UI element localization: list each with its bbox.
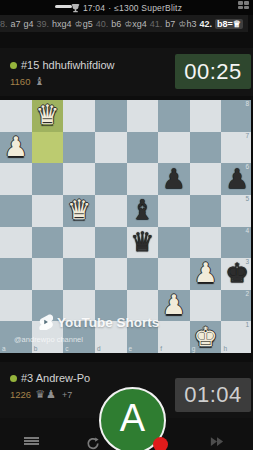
piece-white-king[interactable]: ♚ (193, 324, 217, 351)
square-f5[interactable] (158, 195, 190, 227)
square-h2[interactable]: 2 (221, 290, 253, 322)
square-a2[interactable] (0, 290, 32, 322)
piece-white-pawn[interactable]: ♟ (162, 292, 186, 319)
move-token[interactable]: b6 (111, 19, 121, 29)
player-bottom-rating: 1226 (10, 389, 31, 400)
piece-white-queen[interactable]: ♛ (67, 197, 91, 224)
square-e4[interactable]: ♛ (127, 227, 159, 259)
avatar-letter: A (120, 399, 145, 437)
square-e8[interactable] (127, 100, 159, 132)
square-d7[interactable] (95, 132, 127, 164)
square-a6[interactable] (0, 163, 32, 195)
notification-dot-icon (153, 437, 168, 450)
square-e6[interactable] (127, 163, 159, 195)
square-c6[interactable] (63, 163, 95, 195)
piece-white-pawn[interactable]: ♟ (4, 134, 28, 161)
rank-label: 2 (245, 291, 249, 298)
square-c4[interactable] (63, 227, 95, 259)
file-label: g (192, 346, 196, 353)
tournament-time: 17:04 (83, 3, 105, 13)
rank-label: 7 (245, 133, 249, 140)
move-number: 42. (199, 19, 212, 29)
square-f6[interactable]: ♟ (158, 163, 190, 195)
board-edge (251, 100, 253, 353)
square-h6[interactable]: 6♟ (221, 163, 253, 195)
move-token[interactable]: ♔g5 (75, 19, 93, 29)
move-number: 38. (0, 19, 8, 29)
file-label: c (65, 346, 68, 353)
watermark-brand: YouTube Shorts (57, 315, 159, 330)
online-dot-icon (10, 375, 17, 382)
square-h7[interactable]: 7 (221, 132, 253, 164)
square-d6[interactable] (95, 163, 127, 195)
clock-top: 00:25 (175, 54, 251, 89)
square-b7[interactable] (32, 132, 64, 164)
square-h3[interactable]: 3♚ (221, 258, 253, 290)
file-label: e (129, 346, 133, 353)
square-c5[interactable]: ♛ (63, 195, 95, 227)
file-label: b (34, 346, 38, 353)
file-label: d (97, 346, 101, 353)
square-e5[interactable]: ♝ (127, 195, 159, 227)
move-number: 39. (37, 19, 50, 29)
square-f4[interactable] (158, 227, 190, 259)
move-token[interactable]: ♔h3 (178, 19, 196, 29)
square-g6[interactable] (190, 163, 222, 195)
piece-white-queen[interactable]: ♛ (35, 102, 59, 129)
square-h1[interactable]: h1 (221, 321, 253, 353)
square-e3[interactable] (127, 258, 159, 290)
player-top-name[interactable]: #15 hdhufiwhifdiow (21, 59, 115, 71)
watermark: YouTube Shorts (38, 314, 159, 330)
square-a3[interactable] (0, 258, 32, 290)
player-bottom-captured: ♛♟ (35, 388, 56, 401)
captured-piece-icon: ♟ (46, 388, 56, 401)
piece-black-queen[interactable]: ♛ (130, 229, 154, 256)
square-g1[interactable]: g♚ (190, 321, 222, 353)
grid-icon[interactable] (238, 1, 249, 9)
square-c8[interactable] (63, 100, 95, 132)
square-f1[interactable]: f (158, 321, 190, 353)
player-top-panel: #15 hdhufiwhifdiow 1160 ♝ 00:25 (0, 48, 253, 96)
clock-bottom: 01:04 (175, 378, 251, 412)
online-dot-icon (10, 62, 17, 69)
watermark-handle: @andrewpo channel (14, 335, 83, 344)
file-label: h (223, 346, 227, 353)
rank-label: 6 (245, 164, 249, 171)
square-g3[interactable]: ♟ (190, 258, 222, 290)
square-f7[interactable] (158, 132, 190, 164)
rank-label: 4 (245, 228, 249, 235)
move-list[interactable]: 38.a7g439.hxg4♔g540.b6♔xg441.b7♔h342.b8=… (0, 15, 248, 32)
square-g7[interactable] (190, 132, 222, 164)
sync-icon[interactable] (86, 437, 100, 450)
captured-piece-icon: ♝ (34, 75, 44, 88)
square-d8[interactable] (95, 100, 127, 132)
square-c7[interactable] (63, 132, 95, 164)
square-b5[interactable] (32, 195, 64, 227)
dot-separator: · (108, 3, 111, 13)
trophy-icon (71, 3, 80, 13)
move-token[interactable]: a7 (11, 19, 21, 29)
square-h5[interactable]: 5 (221, 195, 253, 227)
shorts-logo-icon (38, 314, 53, 330)
rank-label: 3 (245, 259, 249, 266)
move-token[interactable]: b7 (165, 19, 175, 29)
player-top-captured: ♝ (34, 75, 44, 88)
player-bottom-subrow: 1226 ♛♟ +7 (10, 388, 72, 401)
square-g8[interactable] (190, 100, 222, 132)
player-top-row[interactable]: #15 hdhufiwhifdiow (10, 59, 115, 71)
square-g5[interactable] (190, 195, 222, 227)
rank-label: 8 (245, 101, 249, 108)
move-token[interactable]: b8=♕ (215, 19, 243, 29)
square-b8[interactable]: ♛ (32, 100, 64, 132)
player-top-subrow: 1160 ♝ (10, 75, 44, 88)
square-f2[interactable]: ♟ (158, 290, 190, 322)
square-d4[interactable] (95, 227, 127, 259)
tournament-header: 17:04 · ≤1300 SuperBlitz (0, 0, 253, 15)
square-h4[interactable]: 4 (221, 227, 253, 259)
piece-black-pawn[interactable]: ♟ (162, 166, 186, 193)
square-b3[interactable] (32, 258, 64, 290)
square-h8[interactable]: 8 (221, 100, 253, 132)
move-token[interactable]: hxg4 (52, 19, 72, 29)
square-d5[interactable] (95, 195, 127, 227)
move-token[interactable]: ♔xg4 (124, 19, 147, 29)
list-icon[interactable] (24, 437, 39, 447)
file-label: f (160, 346, 162, 353)
square-a8[interactable] (0, 100, 32, 132)
player-bottom-name[interactable]: #3 Andrew-Po (21, 372, 90, 384)
tournament-name: ≤1300 SuperBlitz (114, 3, 182, 13)
move-token[interactable]: g4 (24, 19, 34, 29)
status-bar: 17:04 · ≤1300 SuperBlitz (0, 0, 253, 15)
square-b6[interactable] (32, 163, 64, 195)
captured-piece-icon: ♛ (35, 388, 45, 401)
player-bottom-row[interactable]: #3 Andrew-Po (10, 372, 90, 384)
square-a5[interactable] (0, 195, 32, 227)
move-number: 41. (150, 19, 163, 29)
file-label: a (2, 346, 6, 353)
square-g2[interactable] (190, 290, 222, 322)
move-number: 40. (96, 19, 109, 29)
rank-label: 1 (245, 322, 249, 329)
fast-forward-icon[interactable] (210, 437, 224, 446)
material-advantage: +7 (62, 390, 72, 400)
square-c3[interactable] (63, 258, 95, 290)
square-f8[interactable] (158, 100, 190, 132)
piece-white-pawn[interactable]: ♟ (193, 260, 217, 287)
rank-label: 5 (245, 196, 249, 203)
square-a4[interactable] (0, 227, 32, 259)
square-e7[interactable] (127, 132, 159, 164)
square-g4[interactable] (190, 227, 222, 259)
square-b4[interactable] (32, 227, 64, 259)
piece-black-bishop[interactable]: ♝ (130, 197, 154, 224)
square-a7[interactable]: ♟ (0, 132, 32, 164)
square-d3[interactable] (95, 258, 127, 290)
square-f3[interactable] (158, 258, 190, 290)
player-top-rating: 1160 (10, 76, 30, 87)
